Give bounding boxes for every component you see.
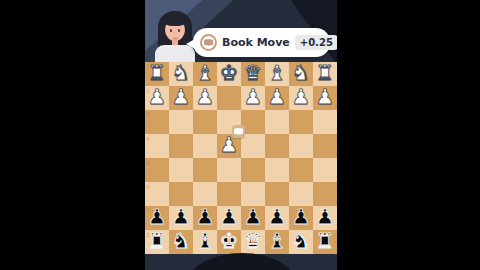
square-b1[interactable]: ♞ — [289, 62, 313, 86]
square-a8[interactable]: ♜ — [313, 230, 337, 254]
square-c6[interactable] — [265, 182, 289, 206]
open-book-icon — [200, 34, 217, 51]
black-pawn[interactable]: ♟ — [196, 205, 215, 229]
square-b2[interactable]: ♟ — [289, 86, 313, 110]
square-h3[interactable]: 3 — [145, 110, 169, 134]
square-e2[interactable] — [217, 86, 241, 110]
white-knight[interactable]: ♞ — [292, 61, 311, 85]
square-b4[interactable] — [289, 134, 313, 158]
eval-badge: +0.25 — [295, 35, 337, 50]
black-knight[interactable]: ♞ — [172, 229, 191, 253]
square-f2[interactable]: ♟ — [193, 86, 217, 110]
black-pawn[interactable]: ♟ — [172, 205, 191, 229]
square-c7[interactable]: ♟ — [265, 206, 289, 230]
white-rook[interactable]: ♜ — [316, 61, 335, 85]
letterbox-right — [337, 0, 480, 270]
square-g6[interactable] — [169, 182, 193, 206]
square-e7[interactable]: ♟ — [217, 206, 241, 230]
open-book-icon — [234, 128, 243, 135]
square-h1[interactable]: 1♜ — [145, 62, 169, 86]
square-d6[interactable] — [241, 182, 265, 206]
square-a7[interactable]: ♟ — [313, 206, 337, 230]
black-pawn[interactable]: ♟ — [244, 205, 263, 229]
white-pawn[interactable]: ♟ — [268, 85, 287, 109]
square-f7[interactable]: ♟ — [193, 206, 217, 230]
square-a5[interactable] — [313, 158, 337, 182]
black-pawn[interactable]: ♟ — [268, 205, 287, 229]
square-g4[interactable] — [169, 134, 193, 158]
white-knight[interactable]: ♞ — [172, 61, 191, 85]
square-h7[interactable]: 7♟ — [145, 206, 169, 230]
table-shadow — [187, 253, 297, 270]
rank-label: 6 — [146, 184, 150, 190]
square-g1[interactable]: ♞ — [169, 62, 193, 86]
square-e1[interactable]: ♚ — [217, 62, 241, 86]
square-a3[interactable] — [313, 110, 337, 134]
black-pawn[interactable]: ♟ — [292, 205, 311, 229]
rank-label: 5 — [146, 160, 150, 166]
rank-label: 3 — [146, 112, 150, 118]
black-queen[interactable]: ♛ — [244, 229, 263, 253]
square-b7[interactable]: ♟ — [289, 206, 313, 230]
square-f6[interactable] — [193, 182, 217, 206]
square-c1[interactable]: ♝ — [265, 62, 289, 86]
square-h5[interactable]: 5 — [145, 158, 169, 182]
rank-label: 4 — [146, 136, 150, 142]
white-queen[interactable]: ♛ — [244, 61, 263, 85]
square-g7[interactable]: ♟ — [169, 206, 193, 230]
square-b5[interactable] — [289, 158, 313, 182]
white-pawn[interactable]: ♟ — [316, 85, 335, 109]
square-d4[interactable] — [241, 134, 265, 158]
white-pawn[interactable]: ♟ — [196, 85, 215, 109]
square-f3[interactable] — [193, 110, 217, 134]
game-column: Book Move +0.25 1♜♞♝♚♛♝♞♜2♟♟♟♟♟♟♟34♟567♟… — [145, 0, 337, 270]
square-a1[interactable]: ♜ — [313, 62, 337, 86]
square-c8[interactable]: ♝ — [265, 230, 289, 254]
square-g8[interactable]: ♞ — [169, 230, 193, 254]
chess-board: 1♜♞♝♚♛♝♞♜2♟♟♟♟♟♟♟34♟567♟♟♟♟♟♟♟♟8♜♞♝♚♛♝♞♜ — [145, 62, 337, 254]
square-d2[interactable]: ♟ — [241, 86, 265, 110]
square-h4[interactable]: 4 — [145, 134, 169, 158]
black-rook[interactable]: ♜ — [316, 229, 335, 253]
white-king[interactable]: ♚ — [220, 61, 239, 85]
square-g2[interactable]: ♟ — [169, 86, 193, 110]
opponent-avatar — [153, 11, 197, 62]
black-pawn[interactable]: ♟ — [148, 205, 167, 229]
black-knight[interactable]: ♞ — [292, 229, 311, 253]
book-move-badge — [232, 125, 245, 138]
square-f1[interactable]: ♝ — [193, 62, 217, 86]
white-rook[interactable]: ♜ — [148, 61, 167, 85]
black-bishop[interactable]: ♝ — [268, 229, 287, 253]
black-king[interactable]: ♚ — [220, 229, 239, 253]
square-a6[interactable] — [313, 182, 337, 206]
square-d1[interactable]: ♛ — [241, 62, 265, 86]
avatar-hair — [164, 16, 186, 26]
square-h8[interactable]: 8♜ — [145, 230, 169, 254]
square-e5[interactable] — [217, 158, 241, 182]
square-c2[interactable]: ♟ — [265, 86, 289, 110]
square-b8[interactable]: ♞ — [289, 230, 313, 254]
bubble-tail — [186, 39, 195, 49]
black-pawn[interactable]: ♟ — [316, 205, 335, 229]
black-rook[interactable]: ♜ — [148, 229, 167, 253]
square-d5[interactable] — [241, 158, 265, 182]
avatar-eye — [170, 29, 172, 32]
move-annotation-label: Book Move — [222, 36, 290, 49]
white-pawn[interactable]: ♟ — [148, 85, 167, 109]
square-c5[interactable] — [265, 158, 289, 182]
square-c4[interactable] — [265, 134, 289, 158]
square-h6[interactable]: 6 — [145, 182, 169, 206]
move-annotation-bubble: Book Move +0.25 — [193, 28, 330, 57]
black-pawn[interactable]: ♟ — [220, 205, 239, 229]
square-h2[interactable]: 2♟ — [145, 86, 169, 110]
square-a4[interactable] — [313, 134, 337, 158]
square-e6[interactable] — [217, 182, 241, 206]
app-viewport: Book Move +0.25 1♜♞♝♚♛♝♞♜2♟♟♟♟♟♟♟34♟567♟… — [0, 0, 480, 270]
square-c3[interactable] — [265, 110, 289, 134]
square-g3[interactable] — [169, 110, 193, 134]
square-d7[interactable]: ♟ — [241, 206, 265, 230]
white-pawn[interactable]: ♟ — [292, 85, 311, 109]
black-bishop[interactable]: ♝ — [196, 229, 215, 253]
square-f8[interactable]: ♝ — [193, 230, 217, 254]
avatar-eye — [178, 29, 180, 32]
square-f4[interactable] — [193, 134, 217, 158]
square-g5[interactable] — [169, 158, 193, 182]
white-pawn[interactable]: ♟ — [244, 85, 263, 109]
white-bishop[interactable]: ♝ — [268, 61, 287, 85]
square-e8[interactable]: ♚ — [217, 230, 241, 254]
open-book-icon — [204, 39, 213, 46]
square-f5[interactable] — [193, 158, 217, 182]
square-b6[interactable] — [289, 182, 313, 206]
white-bishop[interactable]: ♝ — [196, 61, 215, 85]
square-d8[interactable]: ♛ — [241, 230, 265, 254]
square-b3[interactable] — [289, 110, 313, 134]
letterbox-left — [0, 0, 145, 270]
square-a2[interactable]: ♟ — [313, 86, 337, 110]
white-pawn[interactable]: ♟ — [172, 85, 191, 109]
